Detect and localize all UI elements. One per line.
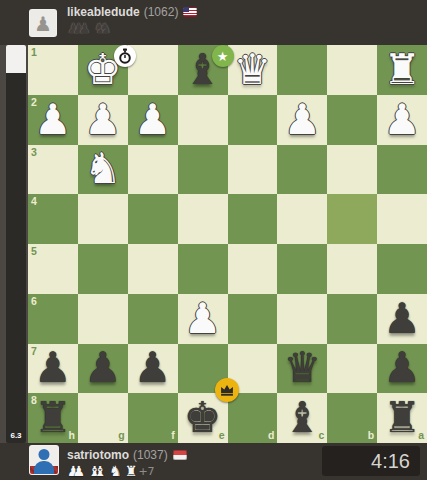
us-flag-icon bbox=[183, 7, 197, 17]
top-player-rating: (1062) bbox=[144, 5, 179, 19]
square-a5[interactable] bbox=[377, 244, 427, 294]
black-pawn[interactable]: ♟ bbox=[377, 344, 427, 394]
bottom-player-clock: 4:16 bbox=[322, 446, 420, 476]
rank-label: 4 bbox=[31, 196, 37, 207]
black-queen[interactable]: ♛ bbox=[277, 344, 327, 394]
square-a1[interactable]: ♜ bbox=[377, 45, 427, 95]
square-g6[interactable] bbox=[78, 294, 128, 344]
square-h7[interactable]: 7♟ bbox=[28, 344, 78, 394]
captured-pawn-group: ♟♟ bbox=[67, 464, 78, 479]
square-c3[interactable] bbox=[277, 145, 327, 195]
bottom-player-rating: (1037) bbox=[133, 448, 168, 462]
black-rook[interactable]: ♜ bbox=[28, 393, 78, 443]
square-a7[interactable]: ♟ bbox=[377, 344, 427, 394]
black-rook[interactable]: ♜ bbox=[377, 393, 427, 443]
white-rook[interactable]: ♜ bbox=[377, 45, 427, 95]
square-d2[interactable] bbox=[228, 95, 278, 145]
square-a4[interactable] bbox=[377, 194, 427, 244]
bottom-player-bar: satriotomo (1037) ♟♟♝♝♞♜+7 4:16 bbox=[0, 443, 427, 480]
captured-pawn-group: ♟♟♟ bbox=[67, 21, 84, 36]
square-e2[interactable] bbox=[178, 95, 228, 145]
square-a8[interactable]: a♜ bbox=[377, 393, 427, 443]
square-b8[interactable]: b bbox=[327, 393, 377, 443]
white-pawn[interactable]: ♟ bbox=[128, 95, 178, 145]
square-a2[interactable]: ♟ bbox=[377, 95, 427, 145]
black-pawn[interactable]: ♟ bbox=[78, 344, 128, 394]
square-h6[interactable]: 6 bbox=[28, 294, 78, 344]
square-g3[interactable]: ♞ bbox=[78, 145, 128, 195]
bottom-player-name[interactable]: satriotomo bbox=[67, 448, 129, 462]
white-queen[interactable]: ♛ bbox=[228, 45, 278, 95]
file-label: d bbox=[268, 430, 274, 441]
square-f2[interactable]: ♟ bbox=[128, 95, 178, 145]
bottom-player-captured-pieces: ♟♟♝♝♞♜+7 bbox=[67, 464, 187, 479]
square-e5[interactable] bbox=[178, 244, 228, 294]
bottom-player-avatar[interactable] bbox=[29, 445, 59, 475]
square-e8[interactable]: e♚ bbox=[178, 393, 228, 443]
white-pawn[interactable]: ♟ bbox=[178, 294, 228, 344]
square-f7[interactable]: ♟ bbox=[128, 344, 178, 394]
square-b2[interactable] bbox=[327, 95, 377, 145]
square-g5[interactable] bbox=[78, 244, 128, 294]
captured-bishop-group: ♝♝ bbox=[88, 464, 99, 479]
square-h3[interactable]: 3 bbox=[28, 145, 78, 195]
square-b7[interactable] bbox=[327, 344, 377, 394]
avatar-torso bbox=[34, 461, 54, 475]
captured-knight-group: ♞♞ bbox=[94, 21, 105, 36]
top-player-name[interactable]: likeabledude bbox=[67, 5, 140, 19]
eval-score: 6.3 bbox=[6, 431, 26, 440]
file-label: g bbox=[118, 430, 124, 441]
top-player-captured-pieces: ♟♟♟♞♞ bbox=[67, 21, 197, 36]
chess-game-screen: ♟ likeabledude (1062) ♟♟♟♞♞ 6.3 1♚♝★♛♜2♟… bbox=[0, 0, 427, 480]
black-bishop[interactable]: ♝ bbox=[277, 393, 327, 443]
white-pawn[interactable]: ♟ bbox=[78, 95, 128, 145]
square-g1[interactable]: ♚ bbox=[78, 45, 128, 95]
square-e3[interactable] bbox=[178, 145, 228, 195]
square-g8[interactable]: g bbox=[78, 393, 128, 443]
square-d4[interactable] bbox=[228, 194, 278, 244]
square-h2[interactable]: 2♟ bbox=[28, 95, 78, 145]
black-king[interactable]: ♚ bbox=[178, 393, 228, 443]
evaluation-bar: 6.3 bbox=[6, 45, 26, 443]
square-f4[interactable] bbox=[128, 194, 178, 244]
square-e6[interactable]: ♟ bbox=[178, 294, 228, 344]
timeout-clock-badge bbox=[114, 45, 136, 67]
winner-crown-badge bbox=[215, 378, 239, 402]
square-d1[interactable]: ♛ bbox=[228, 45, 278, 95]
square-f5[interactable] bbox=[128, 244, 178, 294]
square-f6[interactable] bbox=[128, 294, 178, 344]
square-h1[interactable]: 1 bbox=[28, 45, 78, 95]
square-e1[interactable]: ♝★ bbox=[178, 45, 228, 95]
stopwatch-icon bbox=[118, 48, 132, 64]
white-pawn[interactable]: ♟ bbox=[377, 95, 427, 145]
square-b6[interactable] bbox=[327, 294, 377, 344]
chess-board: 1♚♝★♛♜2♟♟♟♟♟3♞456♟♟7♟♟♟♛♟8h♜gfe♚dc♝ba♜ bbox=[28, 45, 427, 443]
square-f3[interactable] bbox=[128, 145, 178, 195]
black-pawn[interactable]: ♟ bbox=[377, 294, 427, 344]
file-label: f bbox=[171, 430, 175, 441]
square-d8[interactable]: d bbox=[228, 393, 278, 443]
square-a6[interactable]: ♟ bbox=[377, 294, 427, 344]
white-pawn[interactable]: ♟ bbox=[277, 95, 327, 145]
square-c4[interactable] bbox=[277, 194, 327, 244]
white-knight[interactable]: ♞ bbox=[78, 145, 128, 195]
file-label: b bbox=[368, 430, 374, 441]
square-d5[interactable] bbox=[228, 244, 278, 294]
square-d6[interactable] bbox=[228, 294, 278, 344]
square-h4[interactable]: 4 bbox=[28, 194, 78, 244]
square-c1[interactable] bbox=[277, 45, 327, 95]
captured-knight-group: ♞ bbox=[109, 464, 115, 479]
square-c2[interactable]: ♟ bbox=[277, 95, 327, 145]
best-move-badge: ★ bbox=[212, 45, 234, 67]
white-pawn[interactable]: ♟ bbox=[28, 95, 78, 145]
square-c8[interactable]: c♝ bbox=[277, 393, 327, 443]
avatar-head bbox=[39, 449, 50, 460]
square-b3[interactable] bbox=[327, 145, 377, 195]
rank-label: 5 bbox=[31, 246, 37, 257]
crown-icon bbox=[220, 384, 234, 396]
square-b1[interactable] bbox=[327, 45, 377, 95]
square-g7[interactable]: ♟ bbox=[78, 344, 128, 394]
square-g4[interactable] bbox=[78, 194, 128, 244]
square-f8[interactable]: f bbox=[128, 393, 178, 443]
material-advantage: +7 bbox=[138, 465, 154, 478]
square-g2[interactable]: ♟ bbox=[78, 95, 128, 145]
square-e4[interactable] bbox=[178, 194, 228, 244]
indonesia-flag-icon bbox=[173, 450, 187, 460]
square-c5[interactable] bbox=[277, 244, 327, 294]
black-pawn[interactable]: ♟ bbox=[128, 344, 178, 394]
black-pawn[interactable]: ♟ bbox=[28, 344, 78, 394]
square-c6[interactable] bbox=[277, 294, 327, 344]
rank-label: 6 bbox=[31, 296, 37, 307]
eval-white-portion bbox=[6, 45, 26, 73]
default-pawn-avatar-icon: ♟ bbox=[30, 11, 56, 37]
square-b4[interactable] bbox=[327, 194, 377, 244]
captured-rook-group: ♜ bbox=[125, 464, 131, 479]
square-h8[interactable]: 8h♜ bbox=[28, 393, 78, 443]
top-player-avatar[interactable]: ♟ bbox=[29, 9, 57, 37]
square-a3[interactable] bbox=[377, 145, 427, 195]
square-d3[interactable] bbox=[228, 145, 278, 195]
square-c7[interactable]: ♛ bbox=[277, 344, 327, 394]
square-b5[interactable] bbox=[327, 244, 377, 294]
top-player-bar: ♟ likeabledude (1062) ♟♟♟♞♞ bbox=[0, 0, 427, 45]
rank-label: 1 bbox=[31, 47, 37, 58]
square-h5[interactable]: 5 bbox=[28, 244, 78, 294]
star-icon: ★ bbox=[217, 50, 229, 63]
rank-label: 3 bbox=[31, 147, 37, 158]
